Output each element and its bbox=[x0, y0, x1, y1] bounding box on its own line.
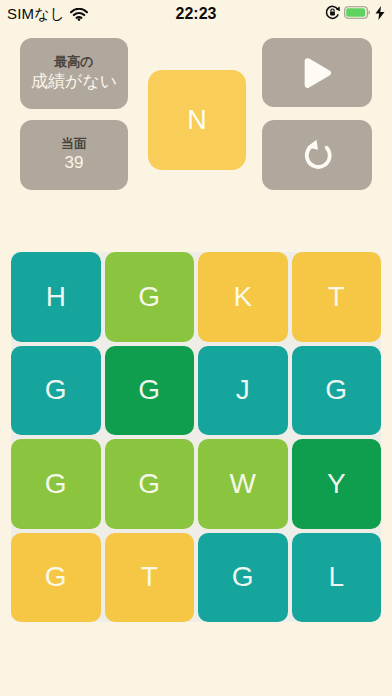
tile-letter: T bbox=[141, 561, 158, 593]
restart-button[interactable] bbox=[262, 120, 372, 190]
tile-letter: G bbox=[45, 561, 67, 593]
carrier-label: SIMなし bbox=[7, 5, 65, 24]
tile-r4c1[interactable]: G bbox=[11, 533, 101, 623]
tile-r4c3[interactable]: G bbox=[198, 533, 288, 623]
tile-r1c4[interactable]: T bbox=[292, 252, 382, 342]
restart-icon bbox=[299, 137, 335, 173]
battery-icon bbox=[344, 6, 371, 19]
play-icon bbox=[300, 54, 334, 92]
tile-r3c1[interactable]: G bbox=[11, 439, 101, 529]
tile-letter: K bbox=[233, 281, 252, 313]
tile-letter: J bbox=[236, 374, 250, 406]
tile-letter: H bbox=[46, 281, 66, 313]
letter-grid: H G K T G G J G G G W Y G T G L bbox=[11, 252, 381, 622]
tile-r4c4[interactable]: L bbox=[292, 533, 382, 623]
charging-bolt-icon bbox=[375, 6, 385, 20]
tile-letter: W bbox=[230, 468, 256, 500]
tile-letter: T bbox=[328, 281, 345, 313]
best-score-value: 成績がない bbox=[31, 71, 117, 94]
tile-r2c4[interactable]: G bbox=[292, 346, 382, 436]
tile-r1c2[interactable]: G bbox=[105, 252, 195, 342]
tile-letter: G bbox=[232, 561, 254, 593]
play-button[interactable] bbox=[262, 38, 372, 107]
tile-letter: G bbox=[325, 374, 347, 406]
tile-r1c1[interactable]: H bbox=[11, 252, 101, 342]
tile-r2c2[interactable]: G bbox=[105, 346, 195, 436]
wifi-icon bbox=[70, 8, 88, 21]
tile-r2c3[interactable]: J bbox=[198, 346, 288, 436]
tile-r3c3[interactable]: W bbox=[198, 439, 288, 529]
best-score-display: 最高の 成績がない bbox=[20, 38, 128, 109]
target-letter: N bbox=[187, 105, 207, 136]
tile-letter: G bbox=[138, 374, 160, 406]
current-score-display: 当面 39 bbox=[20, 120, 128, 190]
tile-r3c4[interactable]: Y bbox=[292, 439, 382, 529]
tile-letter: G bbox=[45, 468, 67, 500]
best-score-label: 最高の bbox=[54, 53, 93, 71]
current-score-value: 39 bbox=[65, 152, 84, 175]
tile-letter: Y bbox=[327, 468, 346, 500]
tile-r1c3[interactable]: K bbox=[198, 252, 288, 342]
tile-letter: L bbox=[328, 561, 344, 593]
status-bar: SIMなし 22:23 bbox=[0, 0, 392, 30]
current-score-label: 当面 bbox=[61, 135, 87, 153]
tile-letter: G bbox=[138, 281, 160, 313]
tile-r3c2[interactable]: G bbox=[105, 439, 195, 529]
tile-letter: G bbox=[138, 468, 160, 500]
rotation-lock-icon bbox=[325, 5, 340, 20]
clock: 22:23 bbox=[176, 5, 217, 23]
tile-letter: G bbox=[45, 374, 67, 406]
tile-r2c1[interactable]: G bbox=[11, 346, 101, 436]
target-letter-tile: N bbox=[148, 70, 246, 170]
tile-r4c2[interactable]: T bbox=[105, 533, 195, 623]
